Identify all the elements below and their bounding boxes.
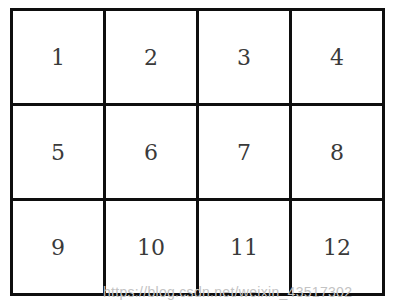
grid-cell-r2c1: 5 bbox=[13, 106, 103, 198]
grid-cell-r1c3: 3 bbox=[199, 11, 289, 103]
grid-cell-r2c4: 8 bbox=[292, 106, 382, 198]
grid-cell-r2c3: 7 bbox=[199, 106, 289, 198]
csdn-watermark: https://blog.csdn.net/weixin_43517302 bbox=[103, 284, 352, 300]
grid-cell-r2c2: 6 bbox=[106, 106, 196, 198]
grid-cell-r1c4: 4 bbox=[292, 11, 382, 103]
grid-cell-r3c4: 12 bbox=[292, 201, 382, 293]
grid-cell-r1c2: 2 bbox=[106, 11, 196, 103]
page: 1 2 3 4 5 6 7 8 9 10 11 12 https://blog.… bbox=[0, 0, 396, 308]
grid-cell-r3c3: 11 bbox=[199, 201, 289, 293]
grid-cell-r3c1: 9 bbox=[13, 201, 103, 293]
numbered-grid-board: 1 2 3 4 5 6 7 8 9 10 11 12 bbox=[10, 8, 385, 296]
grid-cell-r1c1: 1 bbox=[13, 11, 103, 103]
grid-cell-r3c2: 10 bbox=[106, 201, 196, 293]
